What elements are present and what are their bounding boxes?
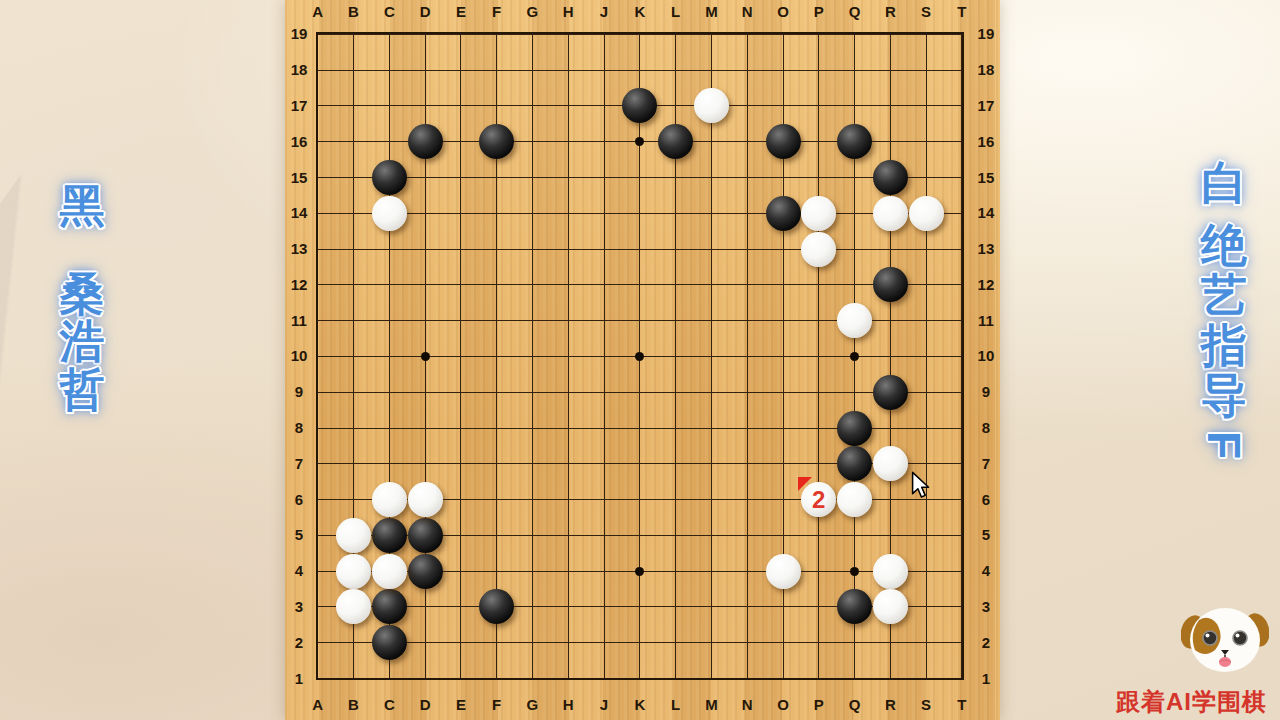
coordinate-label: 18 [972,61,1000,79]
coordinate-label: 1 [972,670,1000,688]
coordinate-label: T [950,696,974,714]
coordinate-label: R [878,3,902,21]
coordinate-label: F [485,696,509,714]
coordinate-label: 17 [286,97,312,115]
coordinate-label: C [377,696,401,714]
white-stone [837,482,872,517]
coordinate-label: T [950,3,974,21]
black-stone [408,554,443,589]
white-stone [873,589,908,624]
coordinate-label: 6 [972,491,1000,509]
coordinate-label: P [807,3,831,21]
coordinate-label: 13 [286,240,312,258]
player-label-char: 艺 [1197,270,1251,320]
coordinate-label: A [306,696,330,714]
coordinate-label: 16 [286,133,312,151]
coordinate-label: 5 [972,526,1000,544]
black-stone [372,160,407,195]
move-number-label: 2 [801,482,836,517]
coordinate-label: B [342,3,366,21]
coordinate-label: 6 [286,491,312,509]
white-stone [336,554,371,589]
white-stone [372,554,407,589]
coordinate-label: 8 [972,419,1000,437]
white-stone [873,196,908,231]
white-stone [873,446,908,481]
coordinate-label: F [485,3,509,21]
coordinate-label: 7 [972,455,1000,473]
coordinate-label: B [342,696,366,714]
coordinate-label: Q [843,696,867,714]
player-label-char: 桑 [56,270,108,318]
coordinate-label: E [449,696,473,714]
star-point [850,352,859,361]
coordinate-label: D [413,696,437,714]
coordinate-label: 3 [972,598,1000,616]
white-stone [372,482,407,517]
player-label-char: 浩 [56,318,108,366]
coordinate-label: 4 [972,562,1000,580]
player-label-char: 导 [1197,370,1251,420]
coordinate-label: 11 [286,312,312,330]
puppy-face-icon [1181,600,1269,678]
white-stone [336,518,371,553]
player-label-char: 绝 [1197,220,1251,270]
coordinate-label: G [520,3,544,21]
coordinate-label: L [664,3,688,21]
black-stone [408,124,443,159]
coordinate-label: M [699,696,723,714]
player-label-char: 哲 [56,366,108,414]
coordinate-label: Q [843,3,867,21]
coordinate-label: 19 [286,25,312,43]
player-label-char: 白 [1197,158,1251,208]
white-stone [801,232,836,267]
coordinate-label: 3 [286,598,312,616]
coordinate-label: 10 [286,347,312,365]
coordinate-label: C [377,3,401,21]
coordinate-label: H [556,696,580,714]
coordinate-label: 5 [286,526,312,544]
black-stone [372,589,407,624]
coordinate-label: L [664,696,688,714]
white-stone [408,482,443,517]
coordinate-label: E [449,3,473,21]
coordinate-label: 14 [286,204,312,222]
coordinate-label: 18 [286,61,312,79]
black-stone [837,411,872,446]
screenshot-root: 黑桑浩哲 白绝艺指导F AABBCCDDEEFFGGHHJJKKLLMMNNOO… [0,0,1280,720]
coordinate-label: 8 [286,419,312,437]
coordinate-label: 15 [286,169,312,187]
white-stone [372,196,407,231]
coordinate-label: 11 [972,312,1000,330]
coordinate-label: 19 [972,25,1000,43]
black-player-label: 黑桑浩哲 [56,182,108,414]
coordinate-label: K [628,3,652,21]
player-label-char: 指 [1197,320,1251,370]
coordinate-label: O [771,696,795,714]
coordinate-label: 9 [972,383,1000,401]
coordinate-label: P [807,696,831,714]
slogan-text: 跟着AI学围棋 [1116,686,1280,718]
coordinate-label: 10 [972,347,1000,365]
mouse-cursor [911,471,931,499]
black-stone [766,196,801,231]
coordinate-label: 17 [972,97,1000,115]
coordinate-label: 7 [286,455,312,473]
black-stone [766,124,801,159]
white-player-label: 白绝艺指导F [1197,158,1251,470]
coordinate-label: 16 [972,133,1000,151]
coordinate-label: J [592,3,616,21]
black-stone [408,518,443,553]
coordinate-label: 4 [286,562,312,580]
player-label-char: F [1199,418,1249,472]
coordinate-label: N [735,696,759,714]
coordinate-label: 1 [286,670,312,688]
coordinate-label: 14 [972,204,1000,222]
coordinate-label: 12 [972,276,1000,294]
coordinate-label: R [878,696,902,714]
black-stone [873,160,908,195]
coordinate-label: D [413,3,437,21]
black-stone [372,518,407,553]
coordinate-label: 15 [972,169,1000,187]
coordinate-label: K [628,696,652,714]
white-stone [873,554,908,589]
coordinate-label: J [592,696,616,714]
black-stone [873,375,908,410]
coordinate-label: 2 [286,634,312,652]
coordinate-label: 9 [286,383,312,401]
white-stone [766,554,801,589]
coordinate-label: 12 [286,276,312,294]
coordinate-label: H [556,3,580,21]
star-point [635,567,644,576]
coordinate-label: O [771,3,795,21]
coordinate-label: N [735,3,759,21]
white-stone [801,196,836,231]
star-point [850,567,859,576]
black-stone [372,625,407,660]
coordinate-label: S [914,696,938,714]
white-stone [909,196,944,231]
coordinate-label: G [520,696,544,714]
white-stone [837,303,872,338]
go-board[interactable]: AABBCCDDEEFFGGHHJJKKLLMMNNOOPPQQRRSSTT19… [285,0,1000,720]
player-label-char: 黑 [56,182,108,230]
black-stone [873,267,908,302]
folding-fan-decoration [0,62,300,482]
coordinate-label: 13 [972,240,1000,258]
star-point [421,352,430,361]
coordinate-label: S [914,3,938,21]
coordinate-label: M [699,3,723,21]
coordinate-label: A [306,3,330,21]
coordinate-label: 2 [972,634,1000,652]
